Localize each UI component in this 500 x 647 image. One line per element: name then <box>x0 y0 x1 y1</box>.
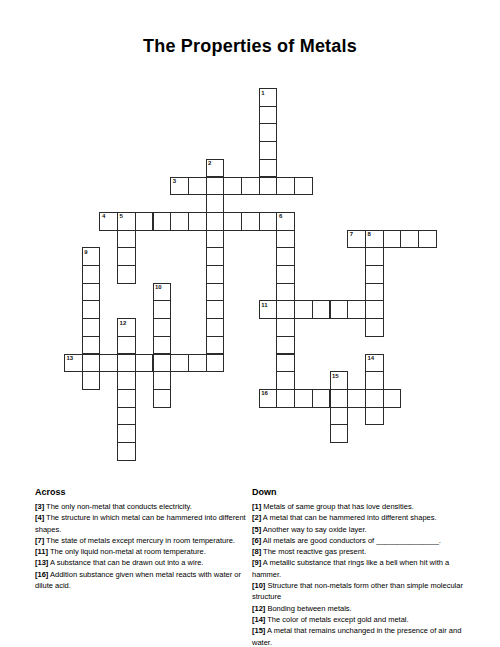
grid-cell[interactable] <box>82 265 101 284</box>
grid-cell[interactable] <box>206 318 225 337</box>
cell-number: 16 <box>261 390 268 397</box>
grid-cell[interactable] <box>135 354 154 373</box>
cell-number: 11 <box>261 302 267 309</box>
grid-cell[interactable] <box>82 354 101 373</box>
grid-cell[interactable] <box>117 442 136 461</box>
grid-cell[interactable] <box>418 230 437 249</box>
clue-number: [4] <box>35 513 44 522</box>
grid-cell[interactable] <box>117 230 136 249</box>
grid-cell[interactable] <box>365 265 384 284</box>
grid-cell[interactable] <box>259 141 278 160</box>
clue-item: [4] The structure in which metal can be … <box>35 512 247 535</box>
clue-number: [16] <box>35 570 48 579</box>
grid-cell[interactable] <box>330 389 349 408</box>
clue-item: [16] Addition substance given when metal… <box>35 569 247 592</box>
grid-cell[interactable] <box>276 283 295 302</box>
cell-number: 5 <box>120 213 123 220</box>
clue-item: [3] The only non-metal that conducts ele… <box>35 501 247 512</box>
grid-cell[interactable]: 13 <box>64 354 83 373</box>
clue-number: [5] <box>252 525 261 534</box>
cell-number: 3 <box>173 178 176 185</box>
cell-number: 12 <box>120 320 127 327</box>
grid-cell[interactable] <box>206 212 225 231</box>
cell-number: 7 <box>350 231 353 238</box>
grid-cell[interactable] <box>117 354 136 373</box>
grid-cell[interactable] <box>330 300 349 319</box>
grid-cell[interactable] <box>117 389 136 408</box>
across-header: Across <box>35 487 247 497</box>
clue-item: [8] The most reactive gas present. <box>252 546 477 557</box>
grid-cell[interactable]: 12 <box>117 318 136 337</box>
grid-cell[interactable] <box>206 300 225 319</box>
grid-cell[interactable] <box>153 318 172 337</box>
grid-cell[interactable] <box>188 354 207 373</box>
grid-cell[interactable] <box>206 354 225 373</box>
grid-cell[interactable] <box>276 354 295 373</box>
grid-cell[interactable] <box>82 300 101 319</box>
clue-number: [15] <box>252 626 265 635</box>
grid-cell[interactable] <box>206 177 225 196</box>
clue-item: [10] Structure that non-metals form othe… <box>252 580 477 603</box>
grid-cell[interactable] <box>276 318 295 337</box>
grid-cell[interactable] <box>276 247 295 266</box>
grid-cell[interactable] <box>330 407 349 426</box>
grid-cell[interactable] <box>400 230 419 249</box>
grid-cell[interactable] <box>206 230 225 249</box>
grid-cell[interactable] <box>276 177 295 196</box>
cell-number: 4 <box>102 213 105 220</box>
grid-cell[interactable] <box>82 371 101 390</box>
grid-cell[interactable] <box>347 300 366 319</box>
clue-number: [3] <box>35 502 44 511</box>
clue-number: [1] <box>252 502 261 511</box>
grid-cell[interactable] <box>206 247 225 266</box>
cell-number: 13 <box>67 355 74 362</box>
grid-cell[interactable] <box>170 212 189 231</box>
clue-number: [14] <box>252 615 265 624</box>
clue-item: [5] Another way to say oxide layer. <box>252 524 477 535</box>
grid-cell[interactable]: 6 <box>276 212 295 231</box>
grid-cell[interactable] <box>365 407 384 426</box>
down-header: Down <box>252 487 477 497</box>
grid-cell[interactable] <box>153 389 172 408</box>
grid-cell[interactable] <box>294 389 313 408</box>
clue-number: [12] <box>252 604 265 613</box>
grid-cell[interactable] <box>117 336 136 355</box>
clue-number: [2] <box>252 513 261 522</box>
across-clues-section: Across [3] The only non-metal that condu… <box>35 487 247 591</box>
clue-item: [14] The color of metals except gold and… <box>252 614 477 625</box>
grid-cell[interactable] <box>206 265 225 284</box>
grid-cell[interactable] <box>276 336 295 355</box>
grid-cell[interactable] <box>330 424 349 443</box>
grid-cell[interactable]: 14 <box>365 354 384 373</box>
grid-cell[interactable] <box>117 371 136 390</box>
grid-cell[interactable]: 15 <box>330 371 349 390</box>
grid-cell[interactable] <box>294 177 313 196</box>
cell-number: 15 <box>332 373 339 380</box>
grid-cell[interactable] <box>188 212 207 231</box>
clue-number: [10] <box>252 581 265 590</box>
clue-item: [6] All metals are good conductors of __… <box>252 535 477 546</box>
cell-number: 6 <box>279 213 282 220</box>
cell-number: 9 <box>84 249 87 256</box>
grid-cell[interactable] <box>259 159 278 178</box>
grid-cell[interactable] <box>383 230 402 249</box>
grid-cell[interactable] <box>276 371 295 390</box>
clue-item: [7] The state of metals except mercury i… <box>35 535 247 546</box>
grid-cell[interactable]: 11 <box>259 300 278 319</box>
clue-number: [8] <box>252 547 261 556</box>
crossword-grid: 12345678910111213141516 <box>64 88 437 461</box>
across-clue-list: [3] The only non-metal that conducts ele… <box>35 501 247 591</box>
clue-number: [6] <box>252 536 261 545</box>
grid-cell[interactable] <box>153 300 172 319</box>
grid-cell[interactable] <box>312 300 331 319</box>
clue-item: [12] Bonding between metals. <box>252 603 477 614</box>
grid-cell[interactable]: 10 <box>153 283 172 302</box>
grid-cell[interactable] <box>82 283 101 302</box>
grid-cell[interactable] <box>241 177 260 196</box>
clue-item: [11] The only liquid non-metal at room t… <box>35 546 247 557</box>
grid-cell[interactable] <box>153 354 172 373</box>
grid-cell[interactable] <box>383 389 402 408</box>
grid-cell[interactable] <box>312 389 331 408</box>
grid-cell[interactable] <box>365 318 384 337</box>
grid-cell[interactable] <box>259 212 278 231</box>
clue-number: [13] <box>35 558 48 567</box>
grid-cell[interactable] <box>347 389 366 408</box>
grid-cell[interactable] <box>365 283 384 302</box>
down-clue-list: [1] Metals of same group that has love d… <box>252 501 477 647</box>
grid-cell[interactable]: 9 <box>82 247 101 266</box>
cell-number: 14 <box>367 355 374 362</box>
grid-cell[interactable] <box>259 123 278 142</box>
clue-item: [15] A metal that remains unchanged in t… <box>252 625 477 647</box>
grid-cell[interactable] <box>117 424 136 443</box>
grid-cell[interactable] <box>365 247 384 266</box>
clue-number: [11] <box>35 547 48 556</box>
grid-cell[interactable] <box>188 177 207 196</box>
clue-number: [7] <box>35 536 44 545</box>
grid-cell[interactable] <box>276 300 295 319</box>
grid-cell[interactable]: 8 <box>365 230 384 249</box>
grid-cell[interactable] <box>206 283 225 302</box>
grid-cell[interactable]: 5 <box>117 212 136 231</box>
grid-cell[interactable] <box>276 230 295 249</box>
grid-cell[interactable] <box>276 265 295 284</box>
grid-cell[interactable] <box>153 336 172 355</box>
grid-cell[interactable] <box>294 300 313 319</box>
cell-number: 1 <box>261 90 264 97</box>
grid-cell[interactable] <box>117 265 136 284</box>
grid-cell[interactable] <box>117 247 136 266</box>
grid-cell[interactable]: 1 <box>259 88 278 107</box>
grid-cell[interactable] <box>223 212 242 231</box>
grid-cell[interactable] <box>206 194 225 213</box>
grid-cell[interactable] <box>117 407 136 426</box>
grid-cell[interactable] <box>223 177 242 196</box>
grid-cell[interactable] <box>365 371 384 390</box>
grid-cell[interactable] <box>99 354 118 373</box>
grid-cell[interactable] <box>259 177 278 196</box>
grid-cell[interactable] <box>365 300 384 319</box>
grid-cell[interactable]: 7 <box>347 230 366 249</box>
grid-cell[interactable] <box>276 389 295 408</box>
down-clues-section: Down [1] Metals of same group that has l… <box>252 487 477 647</box>
clue-number: [9] <box>252 558 261 567</box>
clue-item: [1] Metals of same group that has love d… <box>252 501 477 512</box>
grid-cell[interactable]: 2 <box>206 159 225 178</box>
clue-item: [13] A substance that can be drawn out i… <box>35 557 247 568</box>
grid-cell[interactable] <box>170 354 189 373</box>
grid-cell[interactable]: 16 <box>259 389 278 408</box>
clue-item: [2] A metal that can be hammered into di… <box>252 512 477 523</box>
cell-number: 8 <box>367 231 370 238</box>
cell-number: 2 <box>208 160 211 167</box>
grid-cell[interactable] <box>135 212 154 231</box>
grid-cell[interactable] <box>241 212 260 231</box>
grid-cell[interactable] <box>82 336 101 355</box>
grid-cell[interactable] <box>259 106 278 125</box>
grid-cell[interactable]: 3 <box>170 177 189 196</box>
cell-number: 10 <box>155 284 162 291</box>
puzzle-title: The Properties of Metals <box>0 36 500 57</box>
grid-cell[interactable] <box>206 336 225 355</box>
grid-cell[interactable] <box>153 212 172 231</box>
clue-item: [9] A metallic substance that rings like… <box>252 557 477 580</box>
grid-cell[interactable]: 4 <box>99 212 118 231</box>
grid-cell[interactable] <box>153 371 172 390</box>
grid-cell[interactable] <box>82 318 101 337</box>
grid-cell[interactable] <box>365 389 384 408</box>
